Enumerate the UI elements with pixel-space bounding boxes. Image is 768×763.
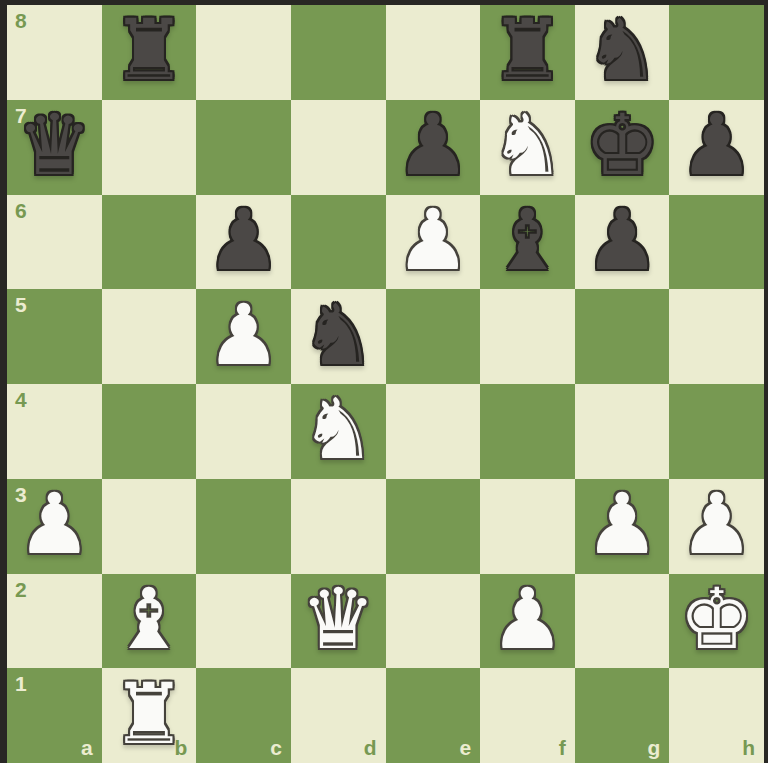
rank-label: 4 <box>15 389 27 410</box>
square-b6[interactable] <box>102 195 197 290</box>
square-a6[interactable]: 6 <box>7 195 102 290</box>
square-g6[interactable]: ♟ <box>575 195 670 290</box>
file-label: a <box>81 737 93 758</box>
square-g3[interactable]: ♟ <box>575 479 670 574</box>
piece-white-pawn[interactable]: ♟ <box>17 482 92 566</box>
square-b4[interactable] <box>102 384 197 479</box>
square-f7[interactable]: ♞ <box>480 100 575 195</box>
square-b1[interactable]: b♜ <box>102 668 197 763</box>
piece-white-queen[interactable]: ♛ <box>301 577 376 661</box>
square-f2[interactable]: ♟ <box>480 574 575 669</box>
piece-black-pawn[interactable]: ♟ <box>584 198 659 282</box>
piece-white-knight[interactable]: ♞ <box>301 387 376 471</box>
square-h3[interactable]: ♟ <box>669 479 764 574</box>
square-h6[interactable] <box>669 195 764 290</box>
square-d8[interactable] <box>291 5 386 100</box>
piece-white-knight[interactable]: ♞ <box>490 103 565 187</box>
square-f1[interactable]: f <box>480 668 575 763</box>
piece-black-pawn[interactable]: ♟ <box>395 103 470 187</box>
square-d4[interactable]: ♞ <box>291 384 386 479</box>
piece-black-bishop[interactable]: ♝ <box>490 198 565 282</box>
square-c4[interactable] <box>196 384 291 479</box>
square-d6[interactable] <box>291 195 386 290</box>
square-e6[interactable]: ♟ <box>386 195 481 290</box>
piece-black-knight[interactable]: ♞ <box>584 8 659 92</box>
piece-black-king[interactable]: ♚ <box>584 103 659 187</box>
square-h1[interactable]: h <box>669 668 764 763</box>
square-d5[interactable]: ♞ <box>291 289 386 384</box>
square-a5[interactable]: 5 <box>7 289 102 384</box>
square-g5[interactable] <box>575 289 670 384</box>
piece-black-pawn[interactable]: ♟ <box>206 198 281 282</box>
square-f6[interactable]: ♝ <box>480 195 575 290</box>
file-label: c <box>270 737 282 758</box>
square-h8[interactable] <box>669 5 764 100</box>
piece-white-pawn[interactable]: ♟ <box>679 482 754 566</box>
piece-white-pawn[interactable]: ♟ <box>584 482 659 566</box>
square-g8[interactable]: ♞ <box>575 5 670 100</box>
square-e2[interactable] <box>386 574 481 669</box>
chess-board: 8♜♜♞7♛♟♞♚♟6♟♟♝♟5♟♞4♞3♟♟♟2♝♛♟♚1ab♜cdefgh <box>7 5 764 763</box>
square-a3[interactable]: 3♟ <box>7 479 102 574</box>
board-frame: 8♜♜♞7♛♟♞♚♟6♟♟♝♟5♟♞4♞3♟♟♟2♝♛♟♚1ab♜cdefgh <box>0 0 768 763</box>
rank-label: 8 <box>15 10 27 31</box>
square-g4[interactable] <box>575 384 670 479</box>
square-h2[interactable]: ♚ <box>669 574 764 669</box>
square-e8[interactable] <box>386 5 481 100</box>
square-b2[interactable]: ♝ <box>102 574 197 669</box>
square-h4[interactable] <box>669 384 764 479</box>
rank-label: 5 <box>15 294 27 315</box>
square-g1[interactable]: g <box>575 668 670 763</box>
square-c1[interactable]: c <box>196 668 291 763</box>
square-d7[interactable] <box>291 100 386 195</box>
square-h7[interactable]: ♟ <box>669 100 764 195</box>
square-f4[interactable] <box>480 384 575 479</box>
square-b3[interactable] <box>102 479 197 574</box>
piece-white-rook[interactable]: ♜ <box>111 672 186 756</box>
rank-label: 6 <box>15 200 27 221</box>
square-e4[interactable] <box>386 384 481 479</box>
rank-label: 2 <box>15 579 27 600</box>
square-a8[interactable]: 8 <box>7 5 102 100</box>
square-g2[interactable] <box>575 574 670 669</box>
file-label: h <box>742 737 755 758</box>
square-a7[interactable]: 7♛ <box>7 100 102 195</box>
square-a2[interactable]: 2 <box>7 574 102 669</box>
rank-label: 1 <box>15 673 27 694</box>
piece-black-knight[interactable]: ♞ <box>301 293 376 377</box>
square-a1[interactable]: 1a <box>7 668 102 763</box>
file-label: f <box>559 737 566 758</box>
square-h5[interactable] <box>669 289 764 384</box>
piece-white-pawn[interactable]: ♟ <box>490 577 565 661</box>
square-d3[interactable] <box>291 479 386 574</box>
square-c3[interactable] <box>196 479 291 574</box>
square-g7[interactable]: ♚ <box>575 100 670 195</box>
square-e5[interactable] <box>386 289 481 384</box>
piece-black-rook[interactable]: ♜ <box>111 8 186 92</box>
piece-black-queen[interactable]: ♛ <box>17 103 92 187</box>
piece-white-pawn[interactable]: ♟ <box>206 293 281 377</box>
square-f3[interactable] <box>480 479 575 574</box>
square-b8[interactable]: ♜ <box>102 5 197 100</box>
piece-white-king[interactable]: ♚ <box>679 577 754 661</box>
square-e1[interactable]: e <box>386 668 481 763</box>
piece-white-bishop[interactable]: ♝ <box>111 577 186 661</box>
square-e3[interactable] <box>386 479 481 574</box>
piece-white-pawn[interactable]: ♟ <box>395 198 470 282</box>
square-a4[interactable]: 4 <box>7 384 102 479</box>
piece-black-pawn[interactable]: ♟ <box>679 103 754 187</box>
square-c7[interactable] <box>196 100 291 195</box>
square-c2[interactable] <box>196 574 291 669</box>
square-f5[interactable] <box>480 289 575 384</box>
square-e7[interactable]: ♟ <box>386 100 481 195</box>
square-d1[interactable]: d <box>291 668 386 763</box>
file-label: g <box>648 737 661 758</box>
square-f8[interactable]: ♜ <box>480 5 575 100</box>
square-c8[interactable] <box>196 5 291 100</box>
file-label: e <box>459 737 471 758</box>
piece-black-rook[interactable]: ♜ <box>490 8 565 92</box>
square-c5[interactable]: ♟ <box>196 289 291 384</box>
square-b5[interactable] <box>102 289 197 384</box>
file-label: d <box>364 737 377 758</box>
square-c6[interactable]: ♟ <box>196 195 291 290</box>
square-d2[interactable]: ♛ <box>291 574 386 669</box>
square-b7[interactable] <box>102 100 197 195</box>
